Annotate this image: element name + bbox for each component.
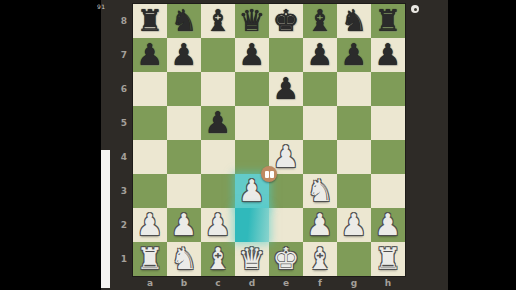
screen: { "game": "chess", "position": "rnbqkbnr… [0, 0, 516, 290]
square-h7[interactable]: ♟ [371, 38, 405, 72]
piece-white-knight[interactable]: ♞ [167, 242, 201, 276]
square-c8[interactable]: ♝ [201, 4, 235, 38]
square-g1[interactable] [337, 242, 371, 276]
square-b2[interactable]: ♟ [167, 208, 201, 242]
square-e5[interactable] [269, 106, 303, 140]
square-h1[interactable]: ♜ [371, 242, 405, 276]
piece-black-queen[interactable]: ♛ [235, 4, 269, 38]
square-c2[interactable]: ♟ [201, 208, 235, 242]
square-c7[interactable] [201, 38, 235, 72]
piece-white-bishop[interactable]: ♝ [303, 242, 337, 276]
piece-black-rook[interactable]: ♜ [371, 4, 405, 38]
square-e1[interactable]: ♚ [269, 242, 303, 276]
piece-black-pawn[interactable]: ♟ [303, 38, 337, 72]
square-c4[interactable] [201, 140, 235, 174]
square-c3[interactable] [201, 174, 235, 208]
square-d2[interactable] [235, 208, 269, 242]
piece-black-pawn[interactable]: ♟ [337, 38, 371, 72]
piece-black-rook[interactable]: ♜ [133, 4, 167, 38]
square-f7[interactable]: ♟ [303, 38, 337, 72]
square-a2[interactable]: ♟ [133, 208, 167, 242]
piece-white-bishop[interactable]: ♝ [201, 242, 235, 276]
piece-black-king[interactable]: ♚ [269, 4, 303, 38]
overlay-label: 91 [97, 3, 106, 10]
piece-black-pawn[interactable]: ♟ [235, 38, 269, 72]
piece-black-pawn[interactable]: ♟ [167, 38, 201, 72]
piece-white-king[interactable]: ♚ [269, 242, 303, 276]
file-label-b: b [167, 276, 201, 290]
square-e8[interactable]: ♚ [269, 4, 303, 38]
rank-label-4: 4 [115, 140, 133, 174]
square-d5[interactable] [235, 106, 269, 140]
file-label-h: h [371, 276, 405, 290]
piece-white-pawn[interactable]: ♟ [371, 208, 405, 242]
piece-white-pawn[interactable]: ♟ [133, 208, 167, 242]
square-b5[interactable] [167, 106, 201, 140]
file-label-g: g [337, 276, 371, 290]
file-label-a: a [133, 276, 167, 290]
piece-black-knight[interactable]: ♞ [337, 4, 371, 38]
rank-label-3: 3 [115, 174, 133, 208]
piece-white-pawn[interactable]: ♟ [167, 208, 201, 242]
eval-bar [101, 150, 110, 288]
square-c5[interactable]: ♟ [201, 106, 235, 140]
square-a8[interactable]: ♜ [133, 4, 167, 38]
square-b8[interactable]: ♞ [167, 4, 201, 38]
piece-black-pawn[interactable]: ♟ [133, 38, 167, 72]
piece-black-bishop[interactable]: ♝ [303, 4, 337, 38]
square-g2[interactable]: ♟ [337, 208, 371, 242]
square-f1[interactable]: ♝ [303, 242, 337, 276]
file-label-e: e [269, 276, 303, 290]
rank-coordinates: 87654321 [115, 4, 133, 276]
square-c1[interactable]: ♝ [201, 242, 235, 276]
square-d8[interactable]: ♛ [235, 4, 269, 38]
square-g7[interactable]: ♟ [337, 38, 371, 72]
piece-white-pawn[interactable]: ♟ [303, 208, 337, 242]
piece-black-knight[interactable]: ♞ [167, 4, 201, 38]
piece-white-pawn[interactable]: ♟ [337, 208, 371, 242]
rank-label-1: 1 [115, 242, 133, 276]
square-f6[interactable] [303, 72, 337, 106]
square-a6[interactable] [133, 72, 167, 106]
square-a7[interactable]: ♟ [133, 38, 167, 72]
book-icon [261, 166, 277, 182]
square-h5[interactable] [371, 106, 405, 140]
square-d1[interactable]: ♛ [235, 242, 269, 276]
rank-label-8: 8 [115, 4, 133, 38]
square-a4[interactable] [133, 140, 167, 174]
rank-label-2: 2 [115, 208, 133, 242]
square-h2[interactable]: ♟ [371, 208, 405, 242]
gear-icon[interactable] [411, 5, 419, 13]
piece-white-pawn[interactable]: ♟ [201, 208, 235, 242]
file-coordinates: abcdefgh [133, 276, 405, 290]
square-h4[interactable] [371, 140, 405, 174]
square-f2[interactable]: ♟ [303, 208, 337, 242]
square-h6[interactable] [371, 72, 405, 106]
square-b4[interactable] [167, 140, 201, 174]
square-d6[interactable] [235, 72, 269, 106]
piece-black-pawn[interactable]: ♟ [201, 106, 235, 140]
square-f3[interactable]: ♞ [303, 174, 337, 208]
file-label-c: c [201, 276, 235, 290]
piece-black-pawn[interactable]: ♟ [269, 72, 303, 106]
piece-white-knight[interactable]: ♞ [303, 174, 337, 208]
square-b1[interactable]: ♞ [167, 242, 201, 276]
square-c6[interactable] [201, 72, 235, 106]
square-a1[interactable]: ♜ [133, 242, 167, 276]
file-label-f: f [303, 276, 337, 290]
square-d7[interactable]: ♟ [235, 38, 269, 72]
square-a5[interactable] [133, 106, 167, 140]
rank-label-7: 7 [115, 38, 133, 72]
square-h8[interactable]: ♜ [371, 4, 405, 38]
square-e6[interactable]: ♟ [269, 72, 303, 106]
piece-white-queen[interactable]: ♛ [235, 242, 269, 276]
square-b3[interactable] [167, 174, 201, 208]
square-f4[interactable] [303, 140, 337, 174]
piece-black-pawn[interactable]: ♟ [371, 38, 405, 72]
square-f5[interactable] [303, 106, 337, 140]
square-b6[interactable] [167, 72, 201, 106]
square-a3[interactable] [133, 174, 167, 208]
square-e7[interactable] [269, 38, 303, 72]
square-g4[interactable] [337, 140, 371, 174]
file-label-d: d [235, 276, 269, 290]
piece-black-bishop[interactable]: ♝ [201, 4, 235, 38]
square-g3[interactable] [337, 174, 371, 208]
square-g5[interactable] [337, 106, 371, 140]
piece-white-rook[interactable]: ♜ [371, 242, 405, 276]
square-g6[interactable] [337, 72, 371, 106]
rank-label-5: 5 [115, 106, 133, 140]
piece-white-rook[interactable]: ♜ [133, 242, 167, 276]
chess-board[interactable]: ♜♞♝♛♚♝♞♜♟♟♟♟♟♟♟♟♟♟♞♟♟♟♟♟♟♜♞♝♛♚♝♜ [133, 4, 405, 276]
square-b7[interactable]: ♟ [167, 38, 201, 72]
square-h3[interactable] [371, 174, 405, 208]
square-f8[interactable]: ♝ [303, 4, 337, 38]
square-g8[interactable]: ♞ [337, 4, 371, 38]
board-panel: 87654321 ♜♞♝♛♚♝♞♜♟♟♟♟♟♟♟♟♟♟♞♟♟♟♟♟♟♜♞♝♛♚♝… [101, 0, 448, 290]
square-e2[interactable] [269, 208, 303, 242]
rank-label-6: 6 [115, 72, 133, 106]
